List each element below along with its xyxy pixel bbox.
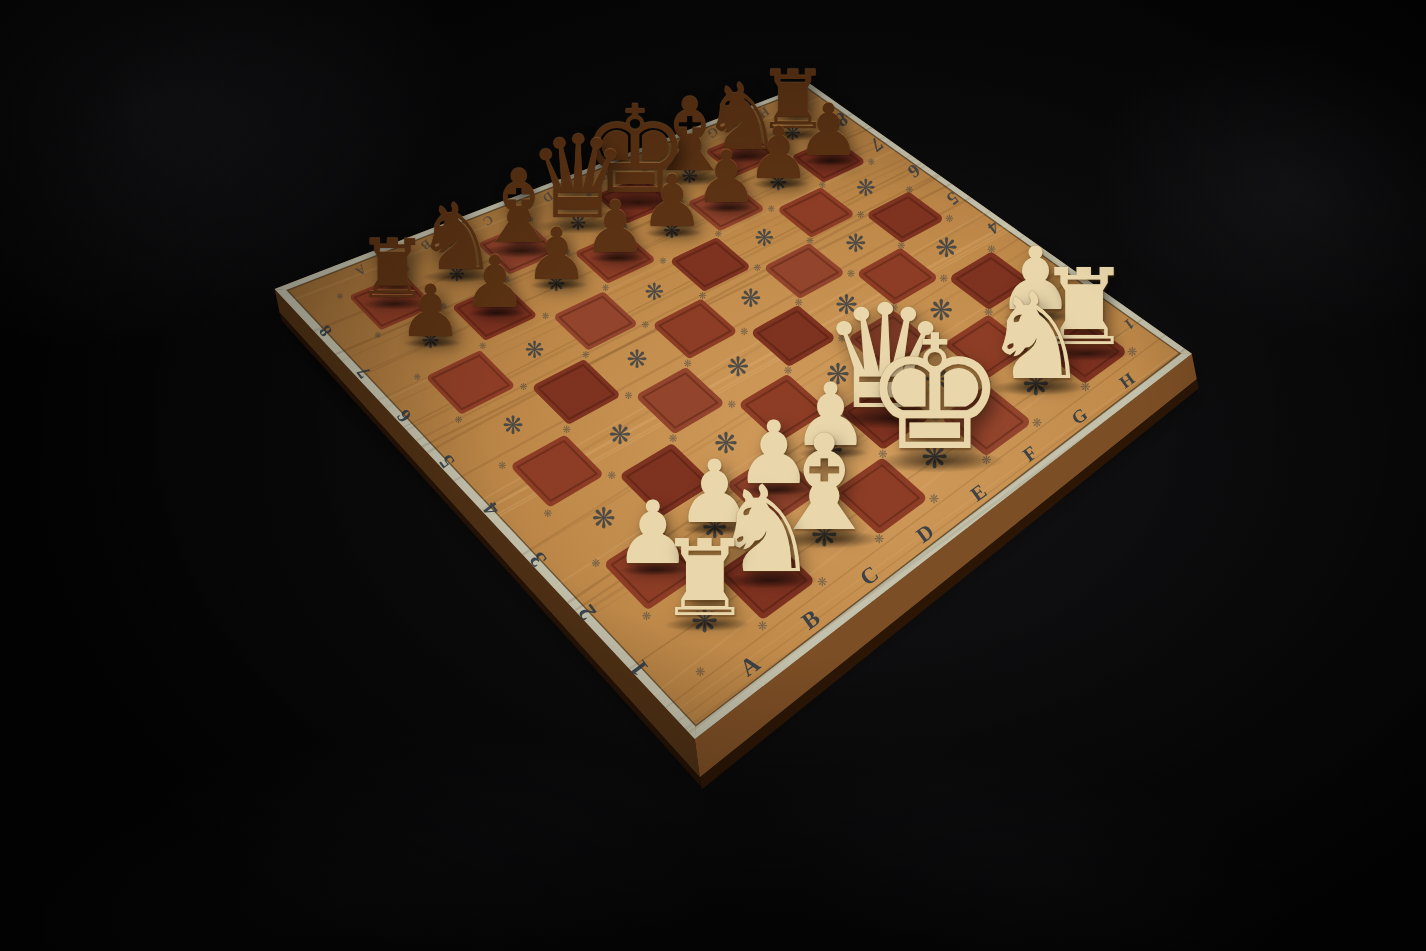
corner-ornament: ❋ [602,283,610,293]
square-ornament: ❋ [754,224,774,252]
corner-ornament: ❋ [642,609,652,623]
corner-ornament: ❋ [591,557,600,570]
square-ornament: ❋ [740,284,761,313]
square-ornament: ❋ [525,336,545,364]
corner-ornament: ❋ [683,358,691,369]
corner-ornament: ❋ [659,256,667,266]
square-ornament: ❋ [609,419,632,450]
piece-black-p-c7[interactable]: ♟ [522,219,590,292]
square-ornament: ❋ [856,174,876,202]
corner-ornament: ❋ [520,381,528,392]
piece-glyph: ♟ [581,192,649,264]
corner-ornament: ❋ [945,213,953,224]
piece-black-p-d7[interactable]: ♟ [581,192,649,265]
corner-ornament: ❋ [563,424,571,435]
corner-ornament: ❋ [806,235,814,246]
piece-glyph: ♟ [461,247,529,319]
corner-ornament: ❋ [414,372,422,382]
piece-glyph: ♟ [396,276,464,348]
corner-ornament: ❋ [337,292,344,301]
corner-ornament: ❋ [1032,416,1042,430]
corner-ornament: ❋ [607,469,616,481]
corner-ornament: ❋ [767,204,775,214]
piece-glyph: ♜ [654,526,754,632]
square-ornament: ❋ [626,345,647,374]
corner-ornament: ❋ [699,290,707,301]
corner-ornament: ❋ [754,262,762,273]
corner-ornament: ❋ [455,414,463,425]
corner-ornament: ❋ [543,507,552,519]
corner-ornament: ❋ [867,157,875,167]
corner-ornament: ❋ [818,180,826,190]
piece-white-r-a1[interactable]: ♜ [654,526,754,634]
square-ornament: ❋ [502,411,523,440]
photo-scene: ❋❋❋❋❋❋❋❋❋❋❋❋❋❋❋❋❋❋❋❋❋❋❋❋❋❋❋❋❋❋❋❋❋❋❋❋❋❋❋❋… [0,0,1426,951]
corner-ornament: ❋ [757,619,767,633]
corner-ornament: ❋ [479,341,487,351]
corner-ornament: ❋ [714,229,722,239]
corner-ornament: ❋ [542,311,550,321]
corner-ornament: ❋ [582,349,590,360]
corner-ornament: ❋ [624,390,632,401]
corner-ornament: ❋ [642,319,650,330]
corner-ornament: ❋ [795,297,803,308]
piece-black-p-b7[interactable]: ♟ [461,247,529,320]
square-ornament: ❋ [727,351,750,382]
corner-ornament: ❋ [695,665,705,679]
corner-ornament: ❋ [906,184,914,195]
corner-ornament: ❋ [929,492,939,506]
square-ornament: ❋ [845,229,866,258]
corner-ornament: ❋ [498,460,506,471]
square-ornament: ❋ [644,278,664,306]
corner-ornament: ❋ [897,240,905,251]
piece-glyph: ♟ [522,219,590,291]
piece-black-p-a7[interactable]: ♟ [396,276,464,349]
corner-ornament: ❋ [857,209,865,220]
square-ornament: ❋ [935,232,958,263]
corner-ornament: ❋ [740,326,748,337]
corner-ornament: ❋ [374,330,381,340]
